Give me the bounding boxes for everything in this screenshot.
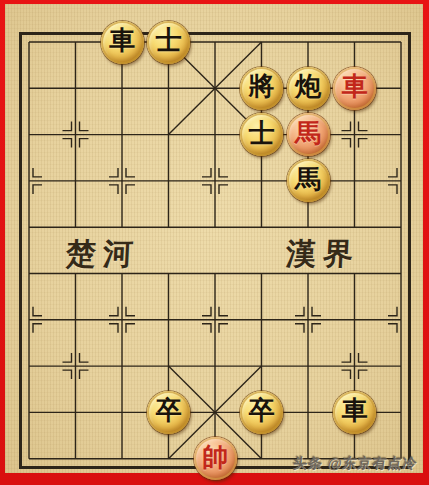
- star-marker: [126, 307, 135, 316]
- river-label-left: 楚河: [32, 234, 174, 275]
- star-marker: [63, 139, 72, 148]
- star-marker: [33, 168, 42, 177]
- star-marker: [126, 185, 135, 194]
- star-marker: [202, 324, 211, 333]
- star-marker: [388, 324, 397, 333]
- piece-glyph: 車: [342, 74, 368, 100]
- star-marker: [80, 122, 89, 131]
- star-marker: [359, 370, 368, 379]
- piece-glyph: 將: [249, 74, 275, 100]
- star-marker: [342, 139, 351, 148]
- piece-glyph: 車: [109, 28, 135, 54]
- photo-frame: 楚河 漢界 車士將炮車士馬馬卒卒車帥 头条 @东京有点冷: [0, 0, 429, 485]
- star-marker: [109, 324, 118, 333]
- piece-glyph: 卒: [249, 398, 275, 424]
- star-marker: [109, 307, 118, 316]
- star-marker: [109, 168, 118, 177]
- piece-glyph: 馬: [295, 167, 321, 193]
- star-marker: [312, 324, 321, 333]
- piece-black-advisor[interactable]: 士: [240, 113, 283, 156]
- star-marker: [342, 353, 351, 362]
- star-marker: [359, 139, 368, 148]
- piece-red-horse[interactable]: 馬: [287, 113, 330, 156]
- star-marker: [80, 370, 89, 379]
- piece-black-general[interactable]: 將: [240, 67, 283, 110]
- star-marker: [219, 307, 228, 316]
- piece-glyph: 車: [342, 398, 368, 424]
- watermark: 头条 @东京有点冷: [293, 455, 419, 473]
- piece-black-soldier[interactable]: 卒: [240, 391, 283, 434]
- star-marker: [312, 307, 321, 316]
- piece-red-chariot[interactable]: 車: [333, 67, 376, 110]
- star-marker: [388, 168, 397, 177]
- star-marker: [388, 307, 397, 316]
- star-marker: [219, 185, 228, 194]
- piece-glyph: 馬: [295, 121, 321, 147]
- star-marker: [126, 324, 135, 333]
- piece-glyph: 帥: [202, 445, 228, 471]
- star-marker: [126, 168, 135, 177]
- piece-black-chariot[interactable]: 車: [101, 21, 144, 64]
- star-marker: [33, 324, 42, 333]
- star-marker: [63, 353, 72, 362]
- star-marker: [388, 185, 397, 194]
- star-marker: [359, 353, 368, 362]
- piece-red-general[interactable]: 帥: [194, 437, 237, 480]
- piece-glyph: 卒: [156, 398, 182, 424]
- star-marker: [219, 324, 228, 333]
- board-surface: 楚河 漢界 車士將炮車士馬馬卒卒車帥 头条 @东京有点冷: [5, 4, 423, 473]
- star-marker: [295, 307, 304, 316]
- star-marker: [109, 185, 118, 194]
- star-marker: [80, 139, 89, 148]
- star-marker: [80, 353, 89, 362]
- piece-black-soldier[interactable]: 卒: [147, 391, 190, 434]
- star-marker: [359, 122, 368, 131]
- star-marker: [342, 370, 351, 379]
- piece-black-chariot[interactable]: 車: [333, 391, 376, 434]
- star-marker: [63, 122, 72, 131]
- river-label-right: 漢界: [252, 234, 394, 275]
- piece-black-advisor[interactable]: 士: [147, 21, 190, 64]
- piece-glyph: 士: [249, 121, 275, 147]
- star-marker: [63, 370, 72, 379]
- star-marker: [202, 168, 211, 177]
- piece-glyph: 炮: [295, 74, 321, 100]
- star-marker: [295, 324, 304, 333]
- piece-glyph: 士: [156, 28, 182, 54]
- star-marker: [219, 168, 228, 177]
- star-marker: [342, 122, 351, 131]
- star-marker: [202, 307, 211, 316]
- star-marker: [33, 307, 42, 316]
- star-marker: [202, 185, 211, 194]
- piece-black-horse[interactable]: 馬: [287, 159, 330, 202]
- piece-black-cannon[interactable]: 炮: [287, 67, 330, 110]
- star-marker: [33, 185, 42, 194]
